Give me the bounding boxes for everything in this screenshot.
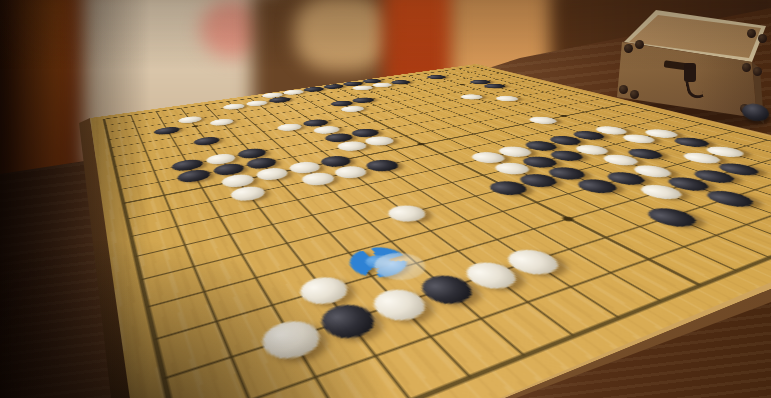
top-shadow-overlay — [0, 0, 771, 70]
black-stone[interactable] — [153, 126, 182, 136]
white-stone[interactable] — [227, 185, 269, 204]
white-stone[interactable] — [244, 100, 270, 107]
black-stone[interactable] — [361, 158, 403, 173]
white-stone[interactable] — [381, 202, 433, 225]
white-stone[interactable] — [281, 89, 306, 95]
white-stone[interactable] — [221, 103, 247, 111]
black-stone[interactable] — [191, 136, 223, 147]
white-stone[interactable] — [274, 122, 306, 132]
game-scene — [0, 0, 771, 398]
black-stone[interactable] — [301, 86, 326, 92]
chest-stud — [619, 85, 628, 94]
chest-stud — [630, 90, 639, 99]
white-stone[interactable] — [176, 115, 203, 124]
white-stone[interactable] — [207, 118, 236, 127]
